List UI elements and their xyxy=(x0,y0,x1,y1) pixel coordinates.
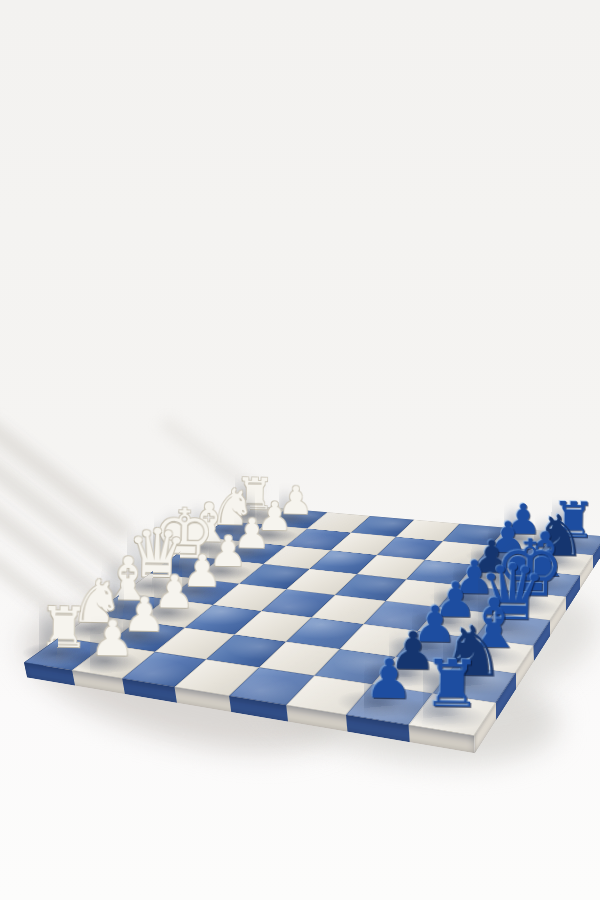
piece-blue-rook-a8[interactable]: ♜ xyxy=(422,651,481,717)
photo-backdrop: ♜♟♟♜♞♟♟♞♝♟♟♝♚♟♟♚♛♟♟♛♝♟♟♝♞♟♟♞♜♟♟♜ xyxy=(0,0,600,900)
piece-blue-pawn-a7[interactable]: ♟ xyxy=(363,651,413,707)
piece-white-pawn-a2[interactable]: ♟ xyxy=(89,614,134,664)
piece-white-rook-a1[interactable]: ♜ xyxy=(38,600,89,656)
